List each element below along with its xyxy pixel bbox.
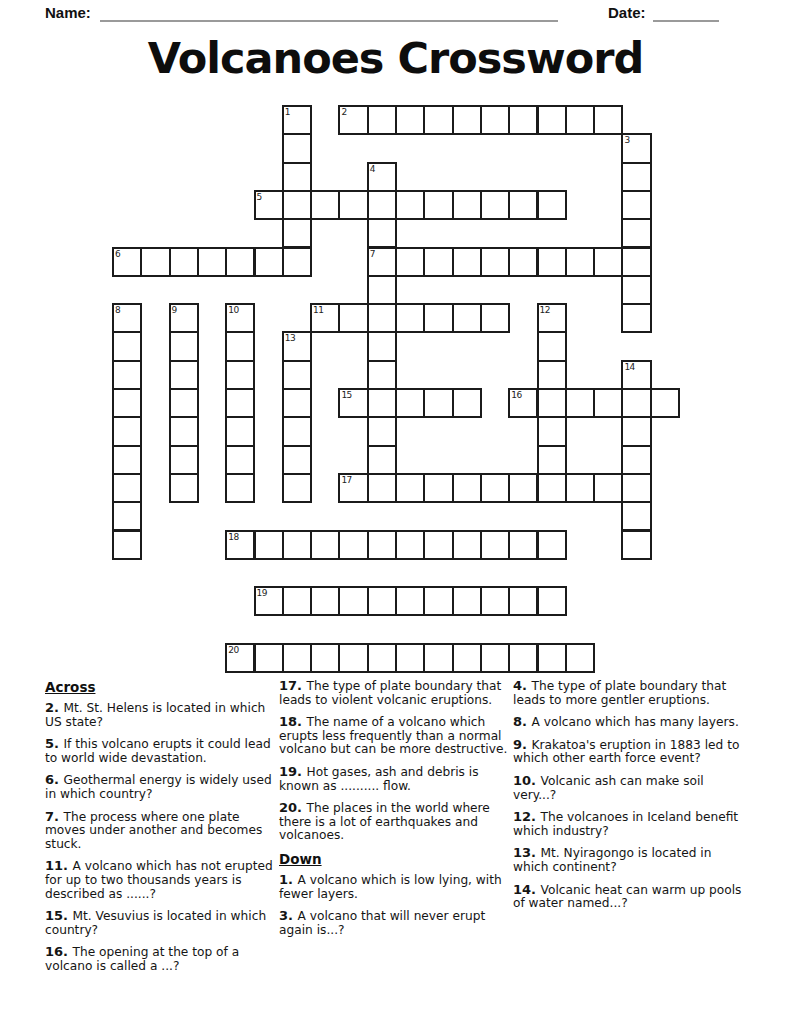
across-clue-11: 11. A volcano which has not erupted for …	[45, 859, 278, 901]
clue-number: 20	[228, 645, 238, 655]
grid-cell-r5-c14[interactable]	[508, 247, 538, 277]
clue-number: 14	[624, 362, 634, 372]
grid-cell-r7-c4[interactable]: 10	[225, 303, 255, 333]
grid-cell-r3-c18[interactable]	[621, 190, 651, 220]
grid-cell-r19-c9[interactable]	[367, 643, 397, 673]
grid-cell-r15-c18[interactable]	[621, 530, 651, 560]
grid-cell-r12-c6[interactable]	[282, 445, 312, 475]
grid-cell-r19-c4[interactable]: 20	[225, 643, 255, 673]
crossword-grid: 2567111516171819201348910121314	[113, 106, 679, 672]
grid-cell-r7-c15[interactable]: 12	[537, 303, 567, 333]
grid-cell-r15-c15[interactable]	[537, 530, 567, 560]
grid-cell-r13-c2[interactable]	[169, 473, 199, 503]
grid-cell-r13-c12[interactable]	[452, 473, 482, 503]
grid-cell-r5-c4[interactable]	[225, 247, 255, 277]
clue-number: 16	[511, 390, 521, 400]
grid-cell-r15-c6[interactable]	[282, 530, 312, 560]
clue-list-number: 13.	[513, 845, 541, 860]
grid-cell-r5-c0[interactable]: 6	[112, 247, 142, 277]
grid-cell-r12-c18[interactable]	[621, 445, 651, 475]
grid-cell-r9-c4[interactable]	[225, 360, 255, 390]
grid-cell-r15-c5[interactable]	[254, 530, 284, 560]
down-clue-4: 4. The type of plate boundary that leads…	[513, 679, 746, 707]
grid-cell-r11-c15[interactable]	[537, 416, 567, 446]
grid-cell-r12-c2[interactable]	[169, 445, 199, 475]
grid-cell-r0-c13[interactable]	[480, 105, 510, 135]
grid-cell-r15-c11[interactable]	[423, 530, 453, 560]
clue-number: 6	[115, 249, 120, 259]
clue-number: 7	[370, 249, 375, 259]
grid-cell-r4-c6[interactable]	[282, 218, 312, 248]
grid-cell-r19-c13[interactable]	[480, 643, 510, 673]
grid-cell-r0-c14[interactable]	[508, 105, 538, 135]
grid-cell-r11-c4[interactable]	[225, 416, 255, 446]
date-input-line[interactable]	[653, 20, 719, 22]
grid-cell-r17-c12[interactable]	[452, 586, 482, 616]
grid-cell-r9-c9[interactable]	[367, 360, 397, 390]
grid-cell-r9-c15[interactable]	[537, 360, 567, 390]
down-clue-9: 9. Krakatoa's eruption in 1883 led to wh…	[513, 738, 746, 766]
grid-cell-r19-c6[interactable]	[282, 643, 312, 673]
grid-cell-r0-c9[interactable]	[367, 105, 397, 135]
grid-cell-r15-c10[interactable]	[395, 530, 425, 560]
clue-list-number: 10.	[513, 773, 541, 788]
grid-cell-r14-c0[interactable]	[112, 501, 142, 531]
grid-cell-r5-c11[interactable]	[423, 247, 453, 277]
grid-cell-r3-c9[interactable]	[367, 190, 397, 220]
clue-number: 17	[341, 475, 351, 485]
grid-cell-r19-c15[interactable]	[537, 643, 567, 673]
grid-cell-r17-c15[interactable]	[537, 586, 567, 616]
down-clue-8: 8. A volcano which has many layers.	[513, 715, 746, 730]
across-clue-20: 20. The places in the world where there …	[279, 801, 512, 843]
grid-cell-r12-c4[interactable]	[225, 445, 255, 475]
grid-cell-r13-c17[interactable]	[593, 473, 623, 503]
grid-cell-r9-c6[interactable]	[282, 360, 312, 390]
clue-column-3: 4. The type of plate boundary that leads…	[513, 679, 746, 919]
grid-cell-r10-c15[interactable]	[537, 388, 567, 418]
grid-cell-r13-c10[interactable]	[395, 473, 425, 503]
grid-cell-r15-c8[interactable]	[338, 530, 368, 560]
grid-cell-r0-c8[interactable]: 2	[338, 105, 368, 135]
grid-cell-r7-c9[interactable]	[367, 303, 397, 333]
grid-cell-r15-c13[interactable]	[480, 530, 510, 560]
clue-list-number: 6.	[45, 772, 64, 787]
grid-cell-r11-c0[interactable]	[112, 416, 142, 446]
clue-number: 5	[257, 192, 262, 202]
clue-list-number: 17.	[279, 678, 307, 693]
grid-cell-r4-c18[interactable]	[621, 218, 651, 248]
grid-cell-r7-c0[interactable]: 8	[112, 303, 142, 333]
clue-list-number: 18.	[279, 714, 307, 729]
grid-cell-r17-c6[interactable]	[282, 586, 312, 616]
grid-cell-r13-c14[interactable]	[508, 473, 538, 503]
grid-cell-r10-c11[interactable]	[423, 388, 453, 418]
clue-number: 2	[341, 107, 346, 117]
grid-cell-r19-c11[interactable]	[423, 643, 453, 673]
clue-list-number: 4.	[513, 678, 532, 693]
grid-cell-r8-c0[interactable]	[112, 331, 142, 361]
clue-list-number: 9.	[513, 737, 532, 752]
clue-number: 18	[228, 532, 238, 542]
clue-number: 3	[624, 135, 629, 145]
clue-list-number: 20.	[279, 800, 307, 815]
grid-cell-r15-c9[interactable]	[367, 530, 397, 560]
grid-cell-r0-c17[interactable]	[593, 105, 623, 135]
grid-cell-r3-c12[interactable]	[452, 190, 482, 220]
grid-cell-r5-c10[interactable]	[395, 247, 425, 277]
clue-list-number: 19.	[279, 764, 307, 779]
grid-cell-r10-c10[interactable]	[395, 388, 425, 418]
clue-column-2: 17. The type of plate boundary that lead…	[279, 679, 512, 945]
grid-cell-r19-c7[interactable]	[310, 643, 340, 673]
clue-number: 8	[115, 305, 120, 315]
across-clue-15: 15. Mt. Vesuvius is located in which cou…	[45, 909, 278, 937]
grid-cell-r10-c14[interactable]: 16	[508, 388, 538, 418]
grid-cell-r7-c11[interactable]	[423, 303, 453, 333]
grid-cell-r13-c16[interactable]	[565, 473, 595, 503]
across-clue-5: 5. If this volcano erupts it could lead …	[45, 737, 278, 765]
down-clue-13: 13. Mt. Nyiragongo is located in which c…	[513, 846, 746, 874]
grid-cell-r15-c4[interactable]: 18	[225, 530, 255, 560]
grid-cell-r7-c12[interactable]	[452, 303, 482, 333]
grid-cell-r11-c6[interactable]	[282, 416, 312, 446]
grid-cell-r19-c5[interactable]	[254, 643, 284, 673]
grid-cell-r13-c11[interactable]	[423, 473, 453, 503]
down-clue-1: 1. A volcano which is low lying, with fe…	[279, 873, 512, 901]
grid-cell-r0-c12[interactable]	[452, 105, 482, 135]
across-clue-6: 6. Geothermal energy is widely used in w…	[45, 773, 278, 801]
grid-cell-r9-c0[interactable]	[112, 360, 142, 390]
grid-cell-r11-c18[interactable]	[621, 416, 651, 446]
grid-cell-r17-c9[interactable]	[367, 586, 397, 616]
name-label: Name:	[45, 4, 91, 21]
grid-cell-r10-c0[interactable]	[112, 388, 142, 418]
grid-cell-r5-c5[interactable]	[254, 247, 284, 277]
grid-cell-r9-c2[interactable]	[169, 360, 199, 390]
grid-cell-r7-c7[interactable]: 11	[310, 303, 340, 333]
page-title: Volcanoes Crossword	[0, 33, 791, 83]
grid-cell-r7-c10[interactable]	[395, 303, 425, 333]
clue-list-number: 11.	[45, 858, 73, 873]
clue-list-number: 16.	[45, 944, 73, 959]
grid-cell-r3-c15[interactable]	[537, 190, 567, 220]
grid-cell-r3-c11[interactable]	[423, 190, 453, 220]
down-header: Down	[279, 851, 512, 867]
grid-cell-r7-c8[interactable]	[338, 303, 368, 333]
down-clue-10: 10. Volcanic ash can make soil very...?	[513, 774, 746, 802]
clue-number: 19	[257, 588, 267, 598]
grid-cell-r19-c12[interactable]	[452, 643, 482, 673]
clue-list-number: 8.	[513, 714, 532, 729]
grid-cell-r3-c7[interactable]	[310, 190, 340, 220]
grid-cell-r17-c10[interactable]	[395, 586, 425, 616]
grid-cell-r6-c18[interactable]	[621, 275, 651, 305]
down-clue-12: 12. The volcanoes in Iceland benefit whi…	[513, 810, 746, 838]
clue-number: 13	[285, 333, 295, 343]
grid-cell-r9-c18[interactable]: 14	[621, 360, 651, 390]
grid-cell-r10-c8[interactable]: 15	[338, 388, 368, 418]
grid-cell-r3-c8[interactable]	[338, 190, 368, 220]
clue-list-number: 3.	[279, 908, 298, 923]
grid-cell-r15-c0[interactable]	[112, 530, 142, 560]
across-clue-18: 18. The name of a volcano which erupts l…	[279, 715, 512, 757]
grid-cell-r5-c1[interactable]	[140, 247, 170, 277]
grid-cell-r10-c4[interactable]	[225, 388, 255, 418]
grid-cell-r4-c9[interactable]	[367, 218, 397, 248]
grid-cell-r8-c6[interactable]: 13	[282, 331, 312, 361]
grid-cell-r13-c18[interactable]	[621, 473, 651, 503]
clue-list-number: 7.	[45, 809, 64, 824]
grid-cell-r17-c14[interactable]	[508, 586, 538, 616]
clue-list-number: 2.	[45, 700, 64, 715]
grid-cell-r13-c15[interactable]	[537, 473, 567, 503]
clue-list-number: 15.	[45, 908, 73, 923]
grid-cell-r15-c7[interactable]	[310, 530, 340, 560]
across-clue-19: 19. Hot gases, ash and debris is known a…	[279, 765, 512, 793]
across-clue-17: 17. The type of plate boundary that lead…	[279, 679, 512, 707]
grid-cell-r12-c9[interactable]	[367, 445, 397, 475]
clue-number: 10	[228, 305, 238, 315]
grid-cell-r2-c18[interactable]	[621, 162, 651, 192]
clue-number: 12	[540, 305, 550, 315]
grid-cell-r13-c8[interactable]: 17	[338, 473, 368, 503]
across-header: Across	[45, 679, 278, 695]
grid-cell-r6-c9[interactable]	[367, 275, 397, 305]
grid-cell-r5-c2[interactable]	[169, 247, 199, 277]
grid-cell-r15-c12[interactable]	[452, 530, 482, 560]
clue-number: 11	[313, 305, 323, 315]
grid-cell-r17-c13[interactable]	[480, 586, 510, 616]
grid-cell-r10-c16[interactable]	[565, 388, 595, 418]
grid-cell-r0-c10[interactable]	[395, 105, 425, 135]
grid-cell-r19-c8[interactable]	[338, 643, 368, 673]
grid-cell-r3-c14[interactable]	[508, 190, 538, 220]
down-clue-3: 3. A volcano that will never erupt again…	[279, 909, 512, 937]
grid-cell-r5-c16[interactable]	[565, 247, 595, 277]
down-clue-14: 14. Volcanic heat can warm up pools of w…	[513, 883, 746, 911]
grid-cell-r0-c15[interactable]	[537, 105, 567, 135]
grid-cell-r0-c16[interactable]	[565, 105, 595, 135]
clue-list-number: 14.	[513, 882, 541, 897]
date-label: Date:	[608, 4, 646, 21]
grid-cell-r8-c9[interactable]	[367, 331, 397, 361]
grid-cell-r10-c9[interactable]	[367, 388, 397, 418]
grid-cell-r1-c18[interactable]: 3	[621, 133, 651, 163]
grid-cell-r5-c18[interactable]	[621, 247, 651, 277]
across-clue-7: 7. The process where one plate moves und…	[45, 810, 278, 852]
grid-cell-r10-c6[interactable]	[282, 388, 312, 418]
grid-cell-r5-c15[interactable]	[537, 247, 567, 277]
across-clue-16: 16. The opening at the top of a volcano …	[45, 945, 278, 973]
clue-list-number: 1.	[279, 872, 298, 887]
grid-cell-r2-c9[interactable]: 4	[367, 162, 397, 192]
grid-cell-r13-c9[interactable]	[367, 473, 397, 503]
grid-cell-r13-c0[interactable]	[112, 473, 142, 503]
grid-cell-r17-c8[interactable]	[338, 586, 368, 616]
grid-cell-r5-c17[interactable]	[593, 247, 623, 277]
grid-cell-r10-c2[interactable]	[169, 388, 199, 418]
grid-cell-r17-c7[interactable]	[310, 586, 340, 616]
grid-cell-r10-c12[interactable]	[452, 388, 482, 418]
clue-list-number: 5.	[45, 736, 64, 751]
grid-cell-r11-c2[interactable]	[169, 416, 199, 446]
grid-cell-r17-c5[interactable]: 19	[254, 586, 284, 616]
grid-cell-r15-c14[interactable]	[508, 530, 538, 560]
grid-cell-r12-c0[interactable]	[112, 445, 142, 475]
grid-cell-r0-c6[interactable]: 1	[282, 105, 312, 135]
grid-cell-r5-c12[interactable]	[452, 247, 482, 277]
across-clue-2: 2. Mt. St. Helens is located in which US…	[45, 701, 278, 729]
grid-cell-r19-c16[interactable]	[565, 643, 595, 673]
grid-cell-r5-c9[interactable]: 7	[367, 247, 397, 277]
clue-number: 15	[341, 390, 351, 400]
grid-cell-r3-c13[interactable]	[480, 190, 510, 220]
grid-cell-r5-c13[interactable]	[480, 247, 510, 277]
grid-cell-r12-c15[interactable]	[537, 445, 567, 475]
grid-cell-r11-c9[interactable]	[367, 416, 397, 446]
clue-number: 9	[172, 305, 177, 315]
grid-cell-r13-c13[interactable]	[480, 473, 510, 503]
grid-cell-r17-c11[interactable]	[423, 586, 453, 616]
grid-cell-r8-c15[interactable]	[537, 331, 567, 361]
grid-cell-r1-c6[interactable]	[282, 133, 312, 163]
grid-cell-r13-c4[interactable]	[225, 473, 255, 503]
grid-cell-r3-c10[interactable]	[395, 190, 425, 220]
grid-cell-r2-c6[interactable]	[282, 162, 312, 192]
clue-list-number: 12.	[513, 809, 541, 824]
clue-column-1: Across2. Mt. St. Helens is located in wh…	[45, 679, 278, 982]
grid-cell-r0-c11[interactable]	[423, 105, 453, 135]
grid-cell-r10-c19[interactable]	[650, 388, 680, 418]
clue-number: 1	[285, 107, 290, 117]
grid-cell-r19-c10[interactable]	[395, 643, 425, 673]
grid-cell-r14-c18[interactable]	[621, 501, 651, 531]
grid-cell-r8-c4[interactable]	[225, 331, 255, 361]
grid-cell-r10-c18[interactable]	[621, 388, 651, 418]
grid-cell-r3-c6[interactable]	[282, 190, 312, 220]
grid-cell-r5-c6[interactable]	[282, 247, 312, 277]
grid-cell-r5-c3[interactable]	[197, 247, 227, 277]
grid-cell-r8-c2[interactable]	[169, 331, 199, 361]
grid-cell-r7-c18[interactable]	[621, 303, 651, 333]
grid-cell-r19-c14[interactable]	[508, 643, 538, 673]
grid-cell-r10-c17[interactable]	[593, 388, 623, 418]
grid-cell-r7-c2[interactable]: 9	[169, 303, 199, 333]
grid-cell-r7-c13[interactable]	[480, 303, 510, 333]
clue-number: 4	[370, 164, 375, 174]
grid-cell-r13-c6[interactable]	[282, 473, 312, 503]
name-input-line[interactable]	[100, 20, 558, 22]
grid-cell-r3-c5[interactable]: 5	[254, 190, 284, 220]
